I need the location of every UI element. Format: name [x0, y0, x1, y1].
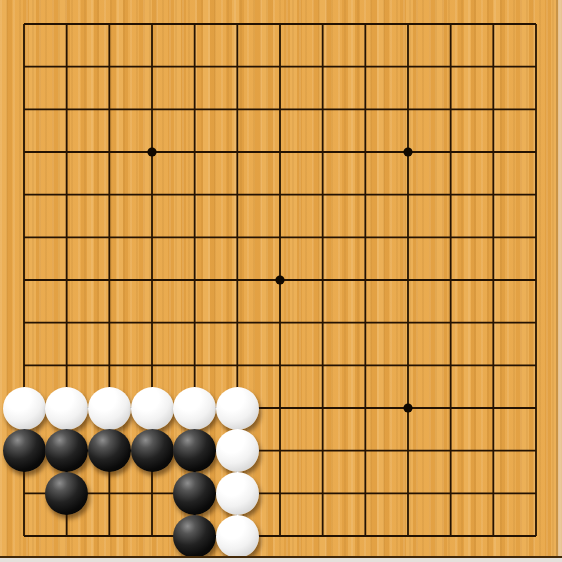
stone-black [3, 429, 46, 472]
star-point [275, 275, 284, 284]
stone-white [45, 387, 88, 430]
stone-black [131, 429, 174, 472]
board-grid [0, 0, 562, 562]
stone-white [216, 387, 259, 430]
stone-black [173, 515, 216, 558]
stone-white [216, 515, 259, 558]
stone-black [173, 472, 216, 515]
stone-white [131, 387, 174, 430]
board-bottom-edge-strip [0, 558, 562, 562]
stone-white [173, 387, 216, 430]
star-point [403, 147, 412, 156]
stone-white [88, 387, 131, 430]
stone-black [88, 429, 131, 472]
stone-white [216, 472, 259, 515]
stone-white [3, 387, 46, 430]
stone-black [45, 472, 88, 515]
star-point [403, 403, 412, 412]
go-board[interactable] [0, 0, 562, 562]
star-point [147, 147, 156, 156]
board-right-edge-strip [558, 0, 562, 558]
stone-white [216, 429, 259, 472]
